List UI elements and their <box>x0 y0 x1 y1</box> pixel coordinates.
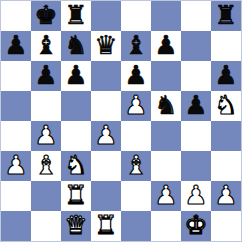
square-d3[interactable] <box>91 151 121 181</box>
square-c7[interactable]: ♞ <box>61 31 91 61</box>
square-h5[interactable]: ♞ <box>211 91 241 121</box>
square-f8[interactable] <box>151 1 181 31</box>
black-pawn[interactable]: ♟ <box>124 62 147 88</box>
black-pawn[interactable]: ♟ <box>154 32 177 58</box>
white-knight[interactable]: ♞ <box>64 152 87 178</box>
black-pawn[interactable]: ♟ <box>184 92 207 118</box>
black-rook[interactable]: ♜ <box>64 2 87 28</box>
black-knight[interactable]: ♞ <box>154 92 177 118</box>
square-a7[interactable]: ♟ <box>1 31 31 61</box>
white-knight[interactable]: ♞ <box>214 92 237 118</box>
black-pawn[interactable]: ♟ <box>4 32 27 58</box>
square-g6[interactable] <box>181 61 211 91</box>
black-rook[interactable]: ♜ <box>214 2 237 28</box>
white-king[interactable]: ♚ <box>184 212 207 238</box>
square-d7[interactable]: ♛ <box>91 31 121 61</box>
square-b7[interactable]: ♝ <box>31 31 61 61</box>
square-f3[interactable] <box>151 151 181 181</box>
black-king[interactable]: ♚ <box>34 2 57 28</box>
black-pawn[interactable]: ♟ <box>34 62 57 88</box>
square-g7[interactable] <box>181 31 211 61</box>
square-a3[interactable]: ♟ <box>1 151 31 181</box>
square-g4[interactable] <box>181 121 211 151</box>
square-a8[interactable] <box>1 1 31 31</box>
black-knight[interactable]: ♞ <box>64 32 87 58</box>
square-f4[interactable] <box>151 121 181 151</box>
square-e8[interactable] <box>121 1 151 31</box>
square-d1[interactable]: ♜ <box>91 211 121 241</box>
chess-board: ♚♜♜♟♝♞♛♝♟♟♟♟♟♟♞♟♞♟♟♟♝♞♝♜♟♟♟♛♜♚ <box>0 0 242 242</box>
square-f1[interactable] <box>151 211 181 241</box>
square-b5[interactable] <box>31 91 61 121</box>
square-d8[interactable] <box>91 1 121 31</box>
white-pawn[interactable]: ♟ <box>214 182 237 208</box>
square-e4[interactable] <box>121 121 151 151</box>
white-queen[interactable]: ♛ <box>64 212 87 238</box>
white-pawn[interactable]: ♟ <box>184 182 207 208</box>
white-pawn[interactable]: ♟ <box>4 152 27 178</box>
square-a4[interactable] <box>1 121 31 151</box>
square-b4[interactable]: ♟ <box>31 121 61 151</box>
square-e5[interactable]: ♟ <box>121 91 151 121</box>
square-d4[interactable]: ♟ <box>91 121 121 151</box>
square-f7[interactable]: ♟ <box>151 31 181 61</box>
white-pawn[interactable]: ♟ <box>124 92 147 118</box>
square-b3[interactable]: ♝ <box>31 151 61 181</box>
square-h8[interactable]: ♜ <box>211 1 241 31</box>
square-e7[interactable]: ♝ <box>121 31 151 61</box>
square-h1[interactable] <box>211 211 241 241</box>
square-f6[interactable] <box>151 61 181 91</box>
square-b8[interactable]: ♚ <box>31 1 61 31</box>
square-g3[interactable] <box>181 151 211 181</box>
square-a1[interactable] <box>1 211 31 241</box>
square-d6[interactable] <box>91 61 121 91</box>
square-c3[interactable]: ♞ <box>61 151 91 181</box>
square-a5[interactable] <box>1 91 31 121</box>
square-e1[interactable] <box>121 211 151 241</box>
square-e6[interactable]: ♟ <box>121 61 151 91</box>
square-d2[interactable] <box>91 181 121 211</box>
square-h4[interactable] <box>211 121 241 151</box>
square-c8[interactable]: ♜ <box>61 1 91 31</box>
white-bishop[interactable]: ♝ <box>34 152 57 178</box>
square-b2[interactable] <box>31 181 61 211</box>
square-h7[interactable] <box>211 31 241 61</box>
black-pawn[interactable]: ♟ <box>64 62 87 88</box>
square-a6[interactable] <box>1 61 31 91</box>
square-e2[interactable] <box>121 181 151 211</box>
square-f2[interactable]: ♟ <box>151 181 181 211</box>
black-queen[interactable]: ♛ <box>94 32 117 58</box>
square-c5[interactable] <box>61 91 91 121</box>
square-g1[interactable]: ♚ <box>181 211 211 241</box>
square-f5[interactable]: ♞ <box>151 91 181 121</box>
square-c1[interactable]: ♛ <box>61 211 91 241</box>
square-b6[interactable]: ♟ <box>31 61 61 91</box>
square-c4[interactable] <box>61 121 91 151</box>
square-g2[interactable]: ♟ <box>181 181 211 211</box>
square-g8[interactable] <box>181 1 211 31</box>
black-bishop[interactable]: ♝ <box>124 32 147 58</box>
square-e3[interactable]: ♝ <box>121 151 151 181</box>
square-h3[interactable] <box>211 151 241 181</box>
white-pawn[interactable]: ♟ <box>94 122 117 148</box>
black-pawn[interactable]: ♟ <box>214 62 237 88</box>
square-h2[interactable]: ♟ <box>211 181 241 211</box>
square-g5[interactable]: ♟ <box>181 91 211 121</box>
white-rook[interactable]: ♜ <box>94 212 117 238</box>
white-bishop[interactable]: ♝ <box>124 152 147 178</box>
black-bishop[interactable]: ♝ <box>34 32 57 58</box>
white-pawn[interactable]: ♟ <box>34 122 57 148</box>
white-pawn[interactable]: ♟ <box>154 182 177 208</box>
white-rook[interactable]: ♜ <box>64 182 87 208</box>
square-h6[interactable]: ♟ <box>211 61 241 91</box>
square-b1[interactable] <box>31 211 61 241</box>
square-a2[interactable] <box>1 181 31 211</box>
square-c2[interactable]: ♜ <box>61 181 91 211</box>
square-d5[interactable] <box>91 91 121 121</box>
square-c6[interactable]: ♟ <box>61 61 91 91</box>
